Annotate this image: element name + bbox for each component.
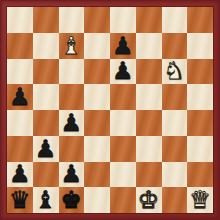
square-c6[interactable] xyxy=(59,59,85,85)
square-h7[interactable] xyxy=(187,33,213,59)
square-g8[interactable] xyxy=(162,7,188,33)
piece-black-king-c1[interactable]: ♚ xyxy=(59,187,85,213)
piece-white-queen-h1[interactable]: ♛ xyxy=(187,187,213,213)
square-b2[interactable] xyxy=(33,162,59,188)
square-a3[interactable] xyxy=(7,136,33,162)
square-d8[interactable] xyxy=(84,7,110,33)
square-e1[interactable] xyxy=(110,187,136,213)
piece-black-pawn-e7[interactable]: ♟ xyxy=(110,33,136,59)
square-g7[interactable] xyxy=(162,33,188,59)
square-e4[interactable] xyxy=(110,110,136,136)
square-e8[interactable] xyxy=(110,7,136,33)
piece-black-pawn-c4[interactable]: ♟ xyxy=(59,110,85,136)
square-g5[interactable] xyxy=(162,84,188,110)
piece-black-pawn-a5[interactable]: ♟ xyxy=(7,84,33,110)
square-a4[interactable] xyxy=(7,110,33,136)
square-d4[interactable] xyxy=(84,110,110,136)
square-c8[interactable] xyxy=(59,7,85,33)
square-d5[interactable] xyxy=(84,84,110,110)
square-h3[interactable] xyxy=(187,136,213,162)
square-f5[interactable] xyxy=(136,84,162,110)
square-f2[interactable] xyxy=(136,162,162,188)
square-e2[interactable] xyxy=(110,162,136,188)
square-f8[interactable] xyxy=(136,7,162,33)
square-b4[interactable] xyxy=(33,110,59,136)
square-d2[interactable] xyxy=(84,162,110,188)
square-a7[interactable] xyxy=(7,33,33,59)
square-d3[interactable] xyxy=(84,136,110,162)
square-b7[interactable] xyxy=(33,33,59,59)
square-f4[interactable] xyxy=(136,110,162,136)
square-d6[interactable] xyxy=(84,59,110,85)
square-g3[interactable] xyxy=(162,136,188,162)
square-g4[interactable] xyxy=(162,110,188,136)
square-e3[interactable] xyxy=(110,136,136,162)
square-b8[interactable] xyxy=(33,7,59,33)
square-g1[interactable] xyxy=(162,187,188,213)
square-c5[interactable] xyxy=(59,84,85,110)
piece-black-pawn-a2[interactable]: ♟ xyxy=(7,162,33,188)
piece-white-king-f1[interactable]: ♚ xyxy=(136,187,162,213)
square-g2[interactable] xyxy=(162,162,188,188)
square-b5[interactable] xyxy=(33,84,59,110)
square-f3[interactable] xyxy=(136,136,162,162)
piece-black-pawn-c2[interactable]: ♟ xyxy=(59,162,85,188)
square-b6[interactable] xyxy=(33,59,59,85)
chess-board: ♝♟♟♞♟♟♟♟♟♛♝♚♚♛ xyxy=(7,7,213,213)
square-f7[interactable] xyxy=(136,33,162,59)
piece-white-knight-g6[interactable]: ♞ xyxy=(162,59,188,85)
square-c3[interactable] xyxy=(59,136,85,162)
square-e5[interactable] xyxy=(110,84,136,110)
square-d7[interactable] xyxy=(84,33,110,59)
square-a6[interactable] xyxy=(7,59,33,85)
square-h8[interactable] xyxy=(187,7,213,33)
piece-black-queen-a1[interactable]: ♛ xyxy=(7,187,33,213)
square-h5[interactable] xyxy=(187,84,213,110)
square-f6[interactable] xyxy=(136,59,162,85)
square-d1[interactable] xyxy=(84,187,110,213)
square-h6[interactable] xyxy=(187,59,213,85)
square-h2[interactable] xyxy=(187,162,213,188)
piece-white-bishop-c7[interactable]: ♝ xyxy=(59,33,85,59)
piece-black-bishop-b1[interactable]: ♝ xyxy=(33,187,59,213)
piece-black-pawn-e6[interactable]: ♟ xyxy=(110,59,136,85)
chess-board-frame: ♝♟♟♞♟♟♟♟♟♛♝♚♚♛ xyxy=(0,0,220,220)
square-h4[interactable] xyxy=(187,110,213,136)
square-a8[interactable] xyxy=(7,7,33,33)
piece-black-pawn-b3[interactable]: ♟ xyxy=(33,136,59,162)
